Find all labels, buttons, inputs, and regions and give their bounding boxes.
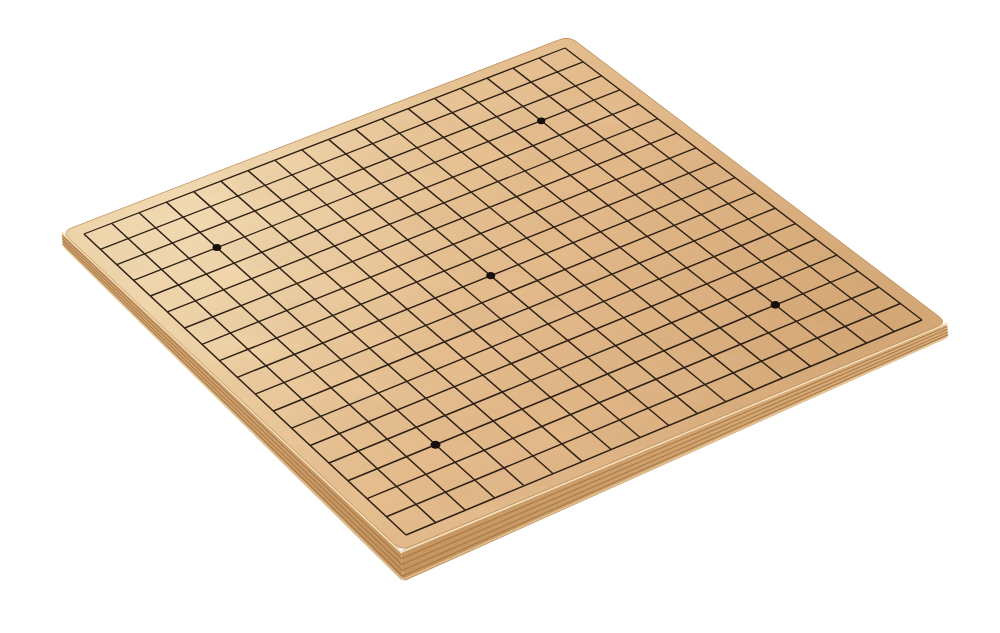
product-photo (0, 0, 1000, 633)
go-board (0, 0, 1000, 633)
hoshi-star-point (771, 301, 780, 309)
hoshi-star-point (213, 244, 222, 251)
hoshi-star-point (537, 117, 545, 124)
hoshi-star-point (431, 441, 441, 449)
hoshi-star-point (486, 272, 495, 279)
